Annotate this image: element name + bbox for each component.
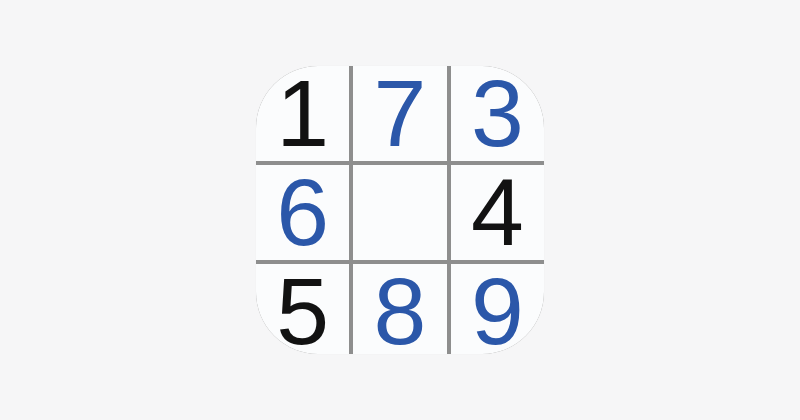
cell-r3c3: 9 [451, 264, 544, 354]
cell-r1c1: 1 [256, 66, 349, 161]
cell-r1c3: 3 [451, 66, 544, 161]
cell-r3c1: 5 [256, 264, 349, 354]
cell-r2c2 [353, 165, 446, 260]
sudoku-app-icon[interactable]: 1 7 3 6 4 5 8 9 [256, 66, 544, 354]
cell-r1c2: 7 [353, 66, 446, 161]
cell-r3c2: 8 [353, 264, 446, 354]
sudoku-grid: 1 7 3 6 4 5 8 9 [256, 66, 544, 354]
cell-r2c1: 6 [256, 165, 349, 260]
cell-r2c3: 4 [451, 165, 544, 260]
